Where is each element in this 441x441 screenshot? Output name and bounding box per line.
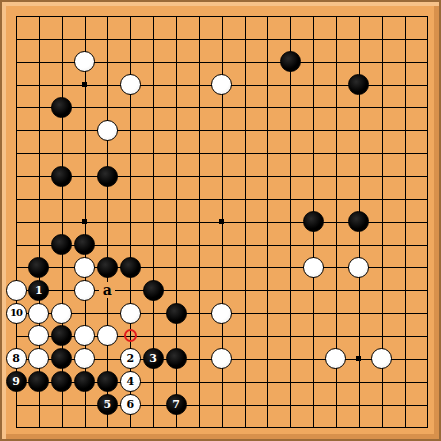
stone-black (28, 257, 49, 278)
stone-white (6, 280, 27, 301)
stone-black (303, 211, 324, 232)
move-number: 10 (10, 308, 22, 318)
stone-white-move-8: 8 (6, 348, 27, 369)
stone-black (348, 74, 369, 95)
stone-black (51, 325, 72, 346)
board-stones: 11082394567a (2, 2, 439, 439)
stone-white (28, 348, 49, 369)
go-board: 11082394567a (0, 0, 441, 441)
stone-white (97, 120, 118, 141)
stone-white (28, 303, 49, 324)
stone-black-move-9: 9 (6, 371, 27, 392)
stone-white (74, 257, 95, 278)
stone-black (51, 234, 72, 255)
move-number: 8 (12, 353, 20, 364)
stone-white (303, 257, 324, 278)
stone-black (74, 234, 95, 255)
stone-white (74, 280, 95, 301)
stone-black (51, 166, 72, 187)
stone-black-move-7: 7 (166, 394, 187, 415)
stone-black (143, 280, 164, 301)
stone-black (280, 51, 301, 72)
stone-black (166, 348, 187, 369)
stone-black (120, 257, 141, 278)
stone-white (371, 348, 392, 369)
stone-white (211, 303, 232, 324)
stone-white (51, 303, 72, 324)
stone-white (74, 325, 95, 346)
move-number: 5 (104, 399, 112, 410)
stone-white (28, 325, 49, 346)
stone-white (120, 303, 141, 324)
stone-white (348, 257, 369, 278)
stone-white-move-6: 6 (120, 394, 141, 415)
stone-black (74, 371, 95, 392)
move-number: 3 (149, 353, 157, 364)
stone-white-move-4: 4 (120, 371, 141, 392)
move-number: 2 (126, 353, 134, 364)
stone-black (51, 371, 72, 392)
stone-black (97, 166, 118, 187)
stone-white (211, 74, 232, 95)
stone-black-move-3: 3 (143, 348, 164, 369)
point-label-a: a (99, 282, 115, 298)
stone-black (97, 257, 118, 278)
stone-black (51, 97, 72, 118)
stone-black (28, 371, 49, 392)
stone-black (97, 371, 118, 392)
stone-black-move-5: 5 (97, 394, 118, 415)
stone-white (74, 348, 95, 369)
move-number: 1 (35, 285, 43, 296)
stone-black (348, 211, 369, 232)
move-number: 9 (12, 376, 20, 387)
stone-white (74, 51, 95, 72)
stone-white (325, 348, 346, 369)
stone-white (97, 325, 118, 346)
move-number: 4 (126, 376, 134, 387)
move-number: 7 (172, 399, 180, 410)
stone-black (166, 303, 187, 324)
stone-black-move-1: 1 (28, 280, 49, 301)
stone-black (51, 348, 72, 369)
stone-white-move-10: 10 (6, 303, 27, 324)
red-circle-marker (124, 329, 137, 342)
move-number: 6 (126, 399, 134, 410)
stone-white (120, 74, 141, 95)
stone-white-move-2: 2 (120, 348, 141, 369)
stone-white (211, 348, 232, 369)
